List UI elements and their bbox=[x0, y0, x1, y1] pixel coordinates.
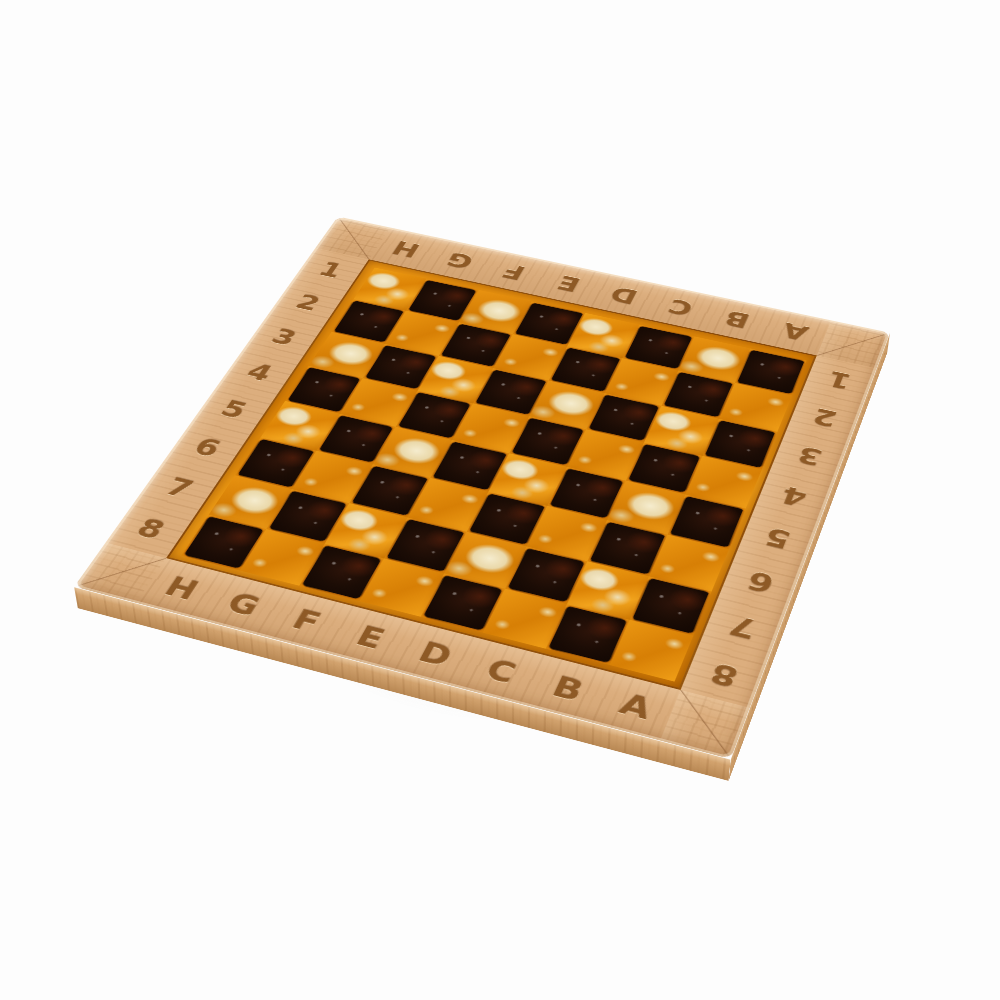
chess-board-3d: HGFEDCBA HGFEDCBA 12345678 12345678 bbox=[74, 217, 890, 760]
photo-scene: HGFEDCBA HGFEDCBA 12345678 12345678 bbox=[0, 0, 1000, 1000]
